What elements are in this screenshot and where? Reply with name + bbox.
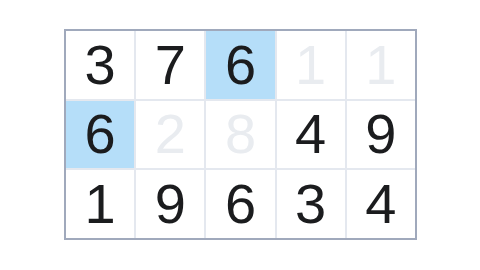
grid-cell-r3c3[interactable]: 6 [206,170,274,238]
number-grid: 376116284919634 [64,29,417,240]
grid-cell-r2c2: 2 [136,101,204,169]
grid-cell-r1c4: 1 [277,31,345,99]
grid-cell-r2c5[interactable]: 9 [347,101,415,169]
grid-cell-r3c1[interactable]: 1 [66,170,134,238]
page: 376116284919634 [0,0,480,270]
grid-cell-r3c5[interactable]: 4 [347,170,415,238]
grid-cell-r3c2[interactable]: 9 [136,170,204,238]
grid-cell-r1c5: 1 [347,31,415,99]
grid-cell-r2c3: 8 [206,101,274,169]
grid-cell-r2c1[interactable]: 6 [66,101,134,169]
grid-cell-r3c4[interactable]: 3 [277,170,345,238]
grid-cell-r1c1[interactable]: 3 [66,31,134,99]
grid-cell-r1c2[interactable]: 7 [136,31,204,99]
grid-cell-r1c3[interactable]: 6 [206,31,274,99]
grid-cell-r2c4[interactable]: 4 [277,101,345,169]
